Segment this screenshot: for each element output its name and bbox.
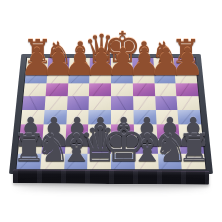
board-shadow (16, 183, 208, 190)
square-c6[interactable] (67, 83, 89, 96)
chess-set-photo: ♜♞♝♛♚♝♞♜♟♟♟♟♟♟♟♟♟♟♟♟♟♟♟♟♜♞♝♛♚♝♞♜ (0, 0, 222, 222)
square-b6[interactable] (45, 83, 68, 96)
square-d5[interactable] (89, 96, 111, 110)
square-a5[interactable] (22, 96, 45, 110)
square-h5[interactable] (177, 96, 200, 110)
square-d6[interactable] (89, 83, 111, 96)
piece-white-rook-h1[interactable]: ♜ (178, 134, 212, 164)
square-e6[interactable] (111, 83, 133, 96)
square-c5[interactable] (67, 96, 90, 110)
square-f6[interactable] (133, 83, 155, 96)
square-g5[interactable] (155, 96, 178, 110)
square-e5[interactable] (111, 96, 133, 110)
piece-black-pawn-h7[interactable]: ♟ (170, 48, 204, 78)
square-g6[interactable] (154, 83, 177, 96)
square-f5[interactable] (133, 96, 156, 110)
square-a6[interactable] (23, 83, 46, 96)
square-b5[interactable] (44, 96, 67, 110)
square-h6[interactable] (176, 83, 199, 96)
